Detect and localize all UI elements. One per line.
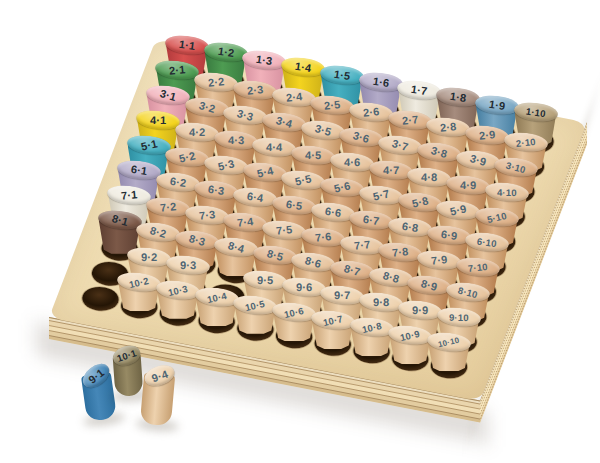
- product-photo-scene: 1·11·21·31·41·51·61·71·81·91·102·12·22·3…: [0, 0, 600, 463]
- loose-peg-layer: 9·110·19·4: [0, 0, 600, 463]
- peg-label: 9·4: [150, 367, 170, 384]
- peg-label: 10·1: [116, 347, 138, 364]
- loose-peg-9·4[interactable]: 9·4: [139, 365, 176, 434]
- loose-peg-10·1[interactable]: 10·1: [112, 345, 144, 405]
